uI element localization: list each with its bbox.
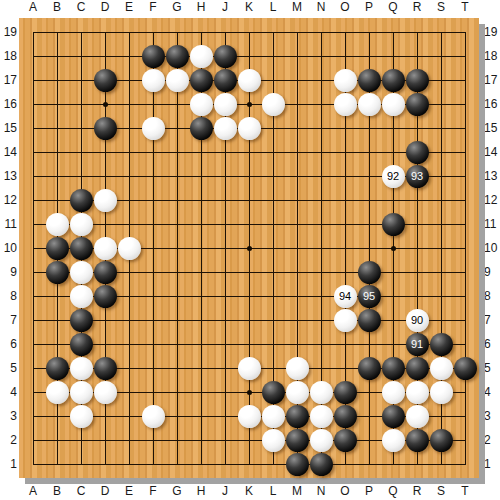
row-label-right-15: 15 xyxy=(484,120,500,136)
stone-white-H18[interactable] xyxy=(190,45,213,68)
col-label-top-M: M xyxy=(285,0,309,15)
col-label-bottom-G: G xyxy=(165,483,189,499)
row-label-right-12: 12 xyxy=(484,192,500,208)
stone-white-C4[interactable] xyxy=(70,381,93,404)
stone-black-D8[interactable] xyxy=(94,285,117,308)
col-label-top-L: L xyxy=(261,0,285,15)
col-label-bottom-D: D xyxy=(93,483,117,499)
stone-white-R4[interactable] xyxy=(406,381,429,404)
row-label-left-8: 8 xyxy=(0,288,17,304)
col-label-bottom-H: H xyxy=(189,483,213,499)
stone-white-C9[interactable] xyxy=(70,261,93,284)
stone-black-B5[interactable] xyxy=(46,357,69,380)
col-label-bottom-B: B xyxy=(45,483,69,499)
star-point-K4 xyxy=(247,390,252,395)
stone-black-D9[interactable] xyxy=(94,261,117,284)
row-label-right-4: 4 xyxy=(484,384,500,400)
star-point-K16 xyxy=(247,102,252,107)
stone-white-K5[interactable] xyxy=(238,357,261,380)
row-label-left-15: 15 xyxy=(0,120,17,136)
stone-black-F18[interactable] xyxy=(142,45,165,68)
stone-white-N3[interactable] xyxy=(310,405,333,428)
stone-black-M2[interactable] xyxy=(286,429,309,452)
star-point-K10 xyxy=(247,246,252,251)
stone-white-C11[interactable] xyxy=(70,213,93,236)
stone-white-L16[interactable] xyxy=(262,93,285,116)
col-label-bottom-R: R xyxy=(405,483,429,499)
col-label-top-J: J xyxy=(213,0,237,15)
stone-black-L4[interactable] xyxy=(262,381,285,404)
stone-black-J18[interactable] xyxy=(214,45,237,68)
stone-black-P5[interactable] xyxy=(358,357,381,380)
grid-line-horizontal xyxy=(33,464,466,465)
stone-black-C10[interactable] xyxy=(70,237,93,260)
stone-black-D15[interactable] xyxy=(94,117,117,140)
stone-black-C6[interactable] xyxy=(70,333,93,356)
stone-white-R3[interactable] xyxy=(406,405,429,428)
stone-black-O2[interactable] xyxy=(334,429,357,452)
col-label-top-B: B xyxy=(45,0,69,15)
col-label-bottom-E: E xyxy=(117,483,141,499)
stone-white-S5[interactable] xyxy=(430,357,453,380)
stone-black-P17[interactable] xyxy=(358,69,381,92)
row-label-left-9: 9 xyxy=(0,264,17,280)
col-label-top-C: C xyxy=(69,0,93,15)
stone-black-P9[interactable] xyxy=(358,261,381,284)
stone-white-J15[interactable] xyxy=(214,117,237,140)
stone-black-Q5[interactable] xyxy=(382,357,405,380)
stone-white-O17[interactable] xyxy=(334,69,357,92)
stone-white-C5[interactable] xyxy=(70,357,93,380)
col-label-top-S: S xyxy=(429,0,453,15)
stone-black-O3[interactable] xyxy=(334,405,357,428)
grid-line-horizontal xyxy=(33,320,466,321)
row-label-right-3: 3 xyxy=(484,408,500,424)
row-label-left-12: 12 xyxy=(0,192,17,208)
col-label-bottom-O: O xyxy=(333,483,357,499)
col-label-bottom-K: K xyxy=(237,483,261,499)
col-label-bottom-C: C xyxy=(69,483,93,499)
row-label-left-13: 13 xyxy=(0,168,17,184)
stone-white-K3[interactable] xyxy=(238,405,261,428)
row-label-left-18: 18 xyxy=(0,48,17,64)
row-label-right-19: 19 xyxy=(484,24,500,40)
stone-white-K17[interactable] xyxy=(238,69,261,92)
stone-white-L2[interactable] xyxy=(262,429,285,452)
col-label-bottom-S: S xyxy=(429,483,453,499)
row-label-right-11: 11 xyxy=(484,216,500,232)
grid-line-horizontal xyxy=(33,344,466,345)
row-label-left-17: 17 xyxy=(0,72,17,88)
stone-white-K15[interactable] xyxy=(238,117,261,140)
row-label-right-5: 5 xyxy=(484,360,500,376)
stone-white-G17[interactable] xyxy=(166,69,189,92)
row-label-right-13: 13 xyxy=(484,168,500,184)
stone-black-R17[interactable] xyxy=(406,69,429,92)
star-point-D16 xyxy=(103,102,108,107)
row-label-left-7: 7 xyxy=(0,312,17,328)
col-label-top-T: T xyxy=(453,0,477,15)
row-label-right-18: 18 xyxy=(484,48,500,64)
stone-white-B4[interactable] xyxy=(46,381,69,404)
col-label-top-O: O xyxy=(333,0,357,15)
stone-white-J16[interactable] xyxy=(214,93,237,116)
stone-white-O7[interactable] xyxy=(334,309,357,332)
row-label-left-2: 2 xyxy=(0,432,17,448)
stone-white-S4[interactable] xyxy=(430,381,453,404)
move-number-93: 93 xyxy=(411,170,423,182)
col-label-bottom-M: M xyxy=(285,483,309,499)
stone-black-B10[interactable] xyxy=(46,237,69,260)
row-label-left-5: 5 xyxy=(0,360,17,376)
move-number-90: 90 xyxy=(411,314,423,326)
stone-black-C12[interactable] xyxy=(70,189,93,212)
col-label-top-K: K xyxy=(237,0,261,15)
stone-black-D17[interactable] xyxy=(94,69,117,92)
col-label-top-G: G xyxy=(165,0,189,15)
stone-black-R5[interactable] xyxy=(406,357,429,380)
row-label-right-14: 14 xyxy=(484,144,500,160)
row-label-left-6: 6 xyxy=(0,336,17,352)
stone-white-Q2[interactable] xyxy=(382,429,405,452)
col-label-bottom-N: N xyxy=(309,483,333,499)
row-label-left-10: 10 xyxy=(0,240,17,256)
stone-black-M1[interactable] xyxy=(286,453,309,476)
col-label-top-E: E xyxy=(117,0,141,15)
row-label-right-10: 10 xyxy=(484,240,500,256)
col-label-top-D: D xyxy=(93,0,117,15)
col-label-bottom-F: F xyxy=(141,483,165,499)
row-label-right-9: 9 xyxy=(484,264,500,280)
stone-black-P8[interactable]: 95 xyxy=(358,285,381,308)
stone-black-R6[interactable]: 91 xyxy=(406,333,429,356)
row-label-left-14: 14 xyxy=(0,144,17,160)
stone-black-R13[interactable]: 93 xyxy=(406,165,429,188)
stone-black-B9[interactable] xyxy=(46,261,69,284)
stone-black-Q3[interactable] xyxy=(382,405,405,428)
stone-black-O4[interactable] xyxy=(334,381,357,404)
go-board[interactable]: 929394959091 xyxy=(19,18,479,478)
stone-white-N2[interactable] xyxy=(310,429,333,452)
row-label-right-1: 1 xyxy=(484,456,500,472)
stone-white-L3[interactable] xyxy=(262,405,285,428)
stone-white-N4[interactable] xyxy=(310,381,333,404)
stone-black-Q17[interactable] xyxy=(382,69,405,92)
stone-black-T5[interactable] xyxy=(454,357,477,380)
row-label-right-16: 16 xyxy=(484,96,500,112)
row-label-right-7: 7 xyxy=(484,312,500,328)
col-label-top-R: R xyxy=(405,0,429,15)
stone-black-Q11[interactable] xyxy=(382,213,405,236)
row-label-left-1: 1 xyxy=(0,456,17,472)
row-label-right-17: 17 xyxy=(484,72,500,88)
star-point-Q10 xyxy=(391,246,396,251)
stone-white-M5[interactable] xyxy=(286,357,309,380)
row-label-right-6: 6 xyxy=(484,336,500,352)
col-label-bottom-T: T xyxy=(453,483,477,499)
move-number-94: 94 xyxy=(339,290,351,302)
row-label-right-2: 2 xyxy=(484,432,500,448)
stone-white-C8[interactable] xyxy=(70,285,93,308)
row-label-right-8: 8 xyxy=(484,288,500,304)
col-label-bottom-P: P xyxy=(357,483,381,499)
stone-black-C7[interactable] xyxy=(70,309,93,332)
stone-black-M3[interactable] xyxy=(286,405,309,428)
stone-white-O8[interactable]: 94 xyxy=(334,285,357,308)
stone-white-O16[interactable] xyxy=(334,93,357,116)
stone-white-E10[interactable] xyxy=(118,237,141,260)
stone-white-Q13[interactable]: 92 xyxy=(382,165,405,188)
row-label-left-11: 11 xyxy=(0,216,17,232)
stone-black-H17[interactable] xyxy=(190,69,213,92)
stone-white-D12[interactable] xyxy=(94,189,117,212)
stone-white-F17[interactable] xyxy=(142,69,165,92)
stone-black-R2[interactable] xyxy=(406,429,429,452)
stone-black-H15[interactable] xyxy=(190,117,213,140)
stone-black-G18[interactable] xyxy=(166,45,189,68)
stone-white-M4[interactable] xyxy=(286,381,309,404)
row-label-left-16: 16 xyxy=(0,96,17,112)
stone-black-P7[interactable] xyxy=(358,309,381,332)
grid-line-vertical xyxy=(465,32,466,465)
col-label-top-N: N xyxy=(309,0,333,15)
go-diagram: ABCDEFGHJKLMNOPQRST ABCDEFGHJKLMNOPQRST … xyxy=(0,0,500,500)
stone-white-F3[interactable] xyxy=(142,405,165,428)
row-label-left-3: 3 xyxy=(0,408,17,424)
stone-white-D4[interactable] xyxy=(94,381,117,404)
stone-white-C3[interactable] xyxy=(70,405,93,428)
stone-white-Q16[interactable] xyxy=(382,93,405,116)
col-label-top-A: A xyxy=(21,0,45,15)
stone-black-R16[interactable] xyxy=(406,93,429,116)
stone-black-J17[interactable] xyxy=(214,69,237,92)
move-number-95: 95 xyxy=(363,290,375,302)
col-label-bottom-L: L xyxy=(261,483,285,499)
row-label-left-19: 19 xyxy=(0,24,17,40)
stone-black-R14[interactable] xyxy=(406,141,429,164)
col-label-top-F: F xyxy=(141,0,165,15)
stone-white-Q4[interactable] xyxy=(382,381,405,404)
move-number-92: 92 xyxy=(387,170,399,182)
stone-white-P16[interactable] xyxy=(358,93,381,116)
col-label-bottom-Q: Q xyxy=(381,483,405,499)
col-label-top-P: P xyxy=(357,0,381,15)
stone-black-D5[interactable] xyxy=(94,357,117,380)
stone-white-H16[interactable] xyxy=(190,93,213,116)
col-label-top-Q: Q xyxy=(381,0,405,15)
stone-white-B11[interactable] xyxy=(46,213,69,236)
col-label-bottom-J: J xyxy=(213,483,237,499)
col-label-bottom-A: A xyxy=(21,483,45,499)
row-label-left-4: 4 xyxy=(0,384,17,400)
stone-white-F15[interactable] xyxy=(142,117,165,140)
stone-white-R7[interactable]: 90 xyxy=(406,309,429,332)
move-number-91: 91 xyxy=(411,338,423,350)
stone-black-S2[interactable] xyxy=(430,429,453,452)
stone-black-N1[interactable] xyxy=(310,453,333,476)
stone-black-S6[interactable] xyxy=(430,333,453,356)
stone-white-D10[interactable] xyxy=(94,237,117,260)
col-label-top-H: H xyxy=(189,0,213,15)
